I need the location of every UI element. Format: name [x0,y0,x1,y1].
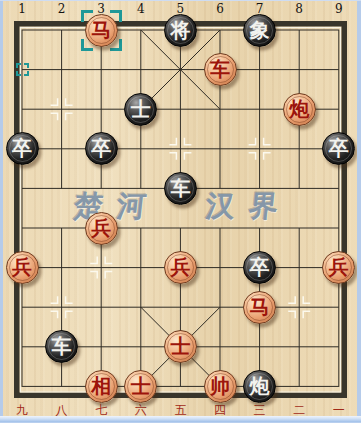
piece-ring [9,135,36,162]
piece-ring [207,56,234,83]
piece-ring [246,294,273,321]
piece-ring [167,333,194,360]
piece-ring [207,373,234,400]
piece-red-soldier[interactable]: 兵 [164,251,197,284]
piece-red-horse[interactable]: 马 [85,14,118,47]
river-text-left: 楚河 [72,190,165,222]
piece-ring [246,373,273,400]
window-edge-left [0,0,3,423]
piece-black-soldier[interactable]: 卒 [6,132,39,165]
piece-red-cannon[interactable]: 炮 [283,93,316,126]
piece-black-cannon[interactable]: 炮 [243,370,276,403]
last-move-origin-marker [16,63,29,76]
window-edge-top [0,0,361,1]
piece-red-elephant[interactable]: 相 [85,370,118,403]
piece-black-chariot[interactable]: 车 [164,172,197,205]
river-text-right: 汉界 [204,190,297,222]
piece-red-advisor[interactable]: 士 [124,370,157,403]
piece-ring [127,373,154,400]
piece-black-general[interactable]: 将 [164,14,197,47]
piece-ring [88,215,115,242]
piece-red-general[interactable]: 帅 [204,370,237,403]
piece-black-soldier[interactable]: 卒 [85,132,118,165]
piece-red-chariot[interactable]: 车 [204,53,237,86]
file-label-top-6: 6 [210,2,230,16]
piece-ring [167,17,194,44]
file-label-top-4: 4 [131,2,151,16]
piece-ring [88,373,115,400]
piece-ring [48,333,75,360]
file-label-top-9: 9 [329,2,349,16]
piece-ring [127,96,154,123]
window-edge-right [357,0,361,423]
piece-ring [325,135,352,162]
piece-ring [325,254,352,281]
piece-red-advisor[interactable]: 士 [164,330,197,363]
piece-red-soldier[interactable]: 兵 [85,212,118,245]
file-label-top-1: 1 [12,2,32,16]
piece-ring [88,135,115,162]
piece-ring [286,96,313,123]
piece-ring [167,175,194,202]
piece-red-horse[interactable]: 马 [243,291,276,324]
piece-ring [9,254,36,281]
piece-black-advisor[interactable]: 士 [124,93,157,126]
file-label-top-8: 8 [289,2,309,16]
piece-ring [167,254,194,281]
piece-ring [246,254,273,281]
piece-red-soldier[interactable]: 兵 [6,251,39,284]
file-label-top-2: 2 [52,2,72,16]
piece-ring [88,17,115,44]
window-edge-bottom [0,416,361,423]
piece-black-soldier[interactable]: 卒 [243,251,276,284]
piece-ring [246,17,273,44]
piece-black-elephant[interactable]: 象 [243,14,276,47]
xiangqi-app-window: 123456789 九八七六五四三二一 楚河 汉界 马将象车士炮卒卒卒车兵兵兵卒… [0,0,361,423]
